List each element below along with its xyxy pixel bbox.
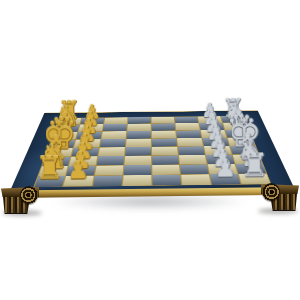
board-square (45, 148, 73, 157)
board-square (51, 132, 77, 140)
board-square (79, 124, 104, 131)
board-square (235, 164, 265, 174)
board-square (81, 117, 105, 124)
board-square (221, 116, 246, 123)
board-square (152, 131, 176, 139)
board-square (57, 118, 82, 125)
board-square (97, 156, 124, 165)
board-square (198, 116, 222, 123)
board-square (74, 139, 100, 147)
scroll-volute-icon (20, 186, 38, 204)
board-square (210, 174, 241, 185)
board-square (206, 155, 234, 164)
board-square (179, 155, 207, 164)
board-square (99, 147, 125, 156)
board-square (204, 146, 231, 155)
board-square (180, 164, 209, 174)
board-square (152, 117, 175, 124)
checkerboard (34, 116, 270, 187)
board-square (128, 117, 151, 124)
board-square (152, 124, 176, 131)
board-square (152, 175, 181, 186)
board-square (230, 146, 258, 155)
board-square (152, 147, 178, 156)
scroll-volute-icon (262, 183, 280, 201)
chess-board: ♜♞♝♛♚♝♞♜♟♟♟♟♟♟♟♟♟♟♟♟♟♟♟♟♜♞♝♛♚♝♞♜ (8, 110, 296, 195)
board-square (152, 138, 177, 146)
board-square (181, 174, 211, 185)
board-square (124, 165, 151, 175)
board-square (72, 148, 99, 157)
board-square (125, 147, 151, 156)
board-square (175, 123, 199, 130)
board-square (227, 138, 254, 146)
board-square (232, 154, 261, 163)
board-square (77, 132, 102, 140)
chess-set-photo: ♜♞♝♛♚♝♞♜♟♟♟♟♟♟♟♟♟♟♟♟♟♟♟♟♜♞♝♛♚♝♞♜ (0, 0, 300, 300)
board-square (127, 131, 151, 139)
foot-shadow (258, 208, 298, 214)
board-square (175, 116, 198, 123)
board-square (48, 140, 75, 148)
board-square (127, 124, 150, 131)
board-square (152, 165, 180, 175)
board-square (42, 157, 71, 166)
board-square (152, 155, 179, 164)
board-square (67, 166, 96, 176)
board-foot-right (259, 183, 299, 211)
board-square (178, 146, 205, 155)
board-square (103, 124, 127, 131)
board-square (69, 156, 97, 165)
board-square (93, 175, 122, 186)
board-square (123, 175, 151, 186)
foot-shadow (2, 210, 42, 216)
board-square (104, 117, 127, 124)
board-square (176, 130, 201, 138)
board-square (202, 138, 229, 146)
board-square (225, 130, 251, 138)
board-square (201, 130, 227, 138)
board-square (125, 156, 152, 165)
board-square (223, 123, 249, 130)
board-square (64, 176, 94, 187)
board-square (95, 165, 123, 175)
board-square (177, 138, 203, 146)
board-square (199, 123, 224, 130)
board-square (54, 125, 79, 132)
board-tilt-group: ♜♞♝♛♚♝♞♜♟♟♟♟♟♟♟♟♟♟♟♟♟♟♟♟♜♞♝♛♚♝♞♜ (0, 0, 300, 300)
board-square (38, 166, 68, 176)
board-square (100, 139, 126, 147)
board-square (126, 139, 151, 147)
board-square (208, 164, 237, 174)
board-square (102, 131, 127, 139)
